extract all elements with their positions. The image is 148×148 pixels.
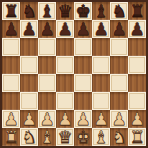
piece-black-knight: ♞ [111, 2, 126, 20]
square-a3[interactable] [2, 92, 20, 110]
piece-black-pawn: ♟ [93, 20, 108, 38]
square-d6[interactable] [56, 38, 74, 56]
piece-black-pawn: ♟ [111, 20, 126, 38]
square-c4[interactable] [38, 74, 56, 92]
square-a6[interactable] [2, 38, 20, 56]
piece-white-rook: ♜ [3, 128, 18, 146]
piece-black-pawn: ♟ [3, 20, 18, 38]
square-g7[interactable]: ♟ [110, 20, 128, 38]
piece-black-pawn: ♟ [129, 20, 144, 38]
square-e7[interactable]: ♟ [74, 20, 92, 38]
square-f7[interactable]: ♟ [92, 20, 110, 38]
square-g5[interactable] [110, 56, 128, 74]
square-e5[interactable] [74, 56, 92, 74]
square-a5[interactable] [2, 56, 20, 74]
square-b1[interactable]: ♞ [20, 128, 38, 146]
piece-black-pawn: ♟ [57, 20, 72, 38]
piece-white-pawn: ♟ [39, 110, 54, 128]
square-e6[interactable] [74, 38, 92, 56]
piece-white-king: ♚ [75, 128, 90, 146]
square-b2[interactable]: ♟ [20, 110, 38, 128]
square-a4[interactable] [2, 74, 20, 92]
square-d4[interactable] [56, 74, 74, 92]
piece-white-pawn: ♟ [21, 110, 36, 128]
square-h1[interactable]: ♜ [128, 128, 146, 146]
square-c7[interactable]: ♟ [38, 20, 56, 38]
piece-black-pawn: ♟ [75, 20, 90, 38]
square-f4[interactable] [92, 74, 110, 92]
square-c6[interactable] [38, 38, 56, 56]
square-e1[interactable]: ♚ [74, 128, 92, 146]
piece-black-king: ♚ [75, 2, 90, 20]
piece-black-bishop: ♝ [93, 2, 108, 20]
piece-black-knight: ♞ [21, 2, 36, 20]
square-b4[interactable] [20, 74, 38, 92]
square-g8[interactable]: ♞ [110, 2, 128, 20]
square-e4[interactable] [74, 74, 92, 92]
square-h3[interactable] [128, 92, 146, 110]
piece-white-rook: ♜ [129, 128, 144, 146]
piece-black-queen: ♛ [57, 2, 72, 20]
square-g1[interactable]: ♞ [110, 128, 128, 146]
square-b3[interactable] [20, 92, 38, 110]
piece-white-pawn: ♟ [3, 110, 18, 128]
square-f3[interactable] [92, 92, 110, 110]
square-c3[interactable] [38, 92, 56, 110]
square-g4[interactable] [110, 74, 128, 92]
square-g3[interactable] [110, 92, 128, 110]
board-frame: ♜♞♝♛♚♝♞♜♟♟♟♟♟♟♟♟♟♟♟♟♟♟♟♟♜♞♝♛♚♝♞♜ [0, 0, 148, 148]
piece-black-rook: ♜ [3, 2, 18, 20]
square-f8[interactable]: ♝ [92, 2, 110, 20]
piece-black-pawn: ♟ [21, 20, 36, 38]
piece-black-bishop: ♝ [39, 2, 54, 20]
piece-white-knight: ♞ [21, 128, 36, 146]
square-h8[interactable]: ♜ [128, 2, 146, 20]
square-g6[interactable] [110, 38, 128, 56]
square-h2[interactable]: ♟ [128, 110, 146, 128]
piece-white-pawn: ♟ [57, 110, 72, 128]
square-b6[interactable] [20, 38, 38, 56]
square-d7[interactable]: ♟ [56, 20, 74, 38]
square-d8[interactable]: ♛ [56, 2, 74, 20]
piece-white-pawn: ♟ [111, 110, 126, 128]
square-f6[interactable] [92, 38, 110, 56]
square-c2[interactable]: ♟ [38, 110, 56, 128]
square-d5[interactable] [56, 56, 74, 74]
piece-white-bishop: ♝ [39, 128, 54, 146]
square-h4[interactable] [128, 74, 146, 92]
piece-white-pawn: ♟ [75, 110, 90, 128]
piece-white-queen: ♛ [57, 128, 72, 146]
square-b7[interactable]: ♟ [20, 20, 38, 38]
square-e2[interactable]: ♟ [74, 110, 92, 128]
square-c5[interactable] [38, 56, 56, 74]
square-f2[interactable]: ♟ [92, 110, 110, 128]
square-g2[interactable]: ♟ [110, 110, 128, 128]
square-a7[interactable]: ♟ [2, 20, 20, 38]
chess-app: ♜♞♝♛♚♝♞♜♟♟♟♟♟♟♟♟♟♟♟♟♟♟♟♟♜♞♝♛♚♝♞♜ [0, 0, 148, 148]
square-h6[interactable] [128, 38, 146, 56]
square-e8[interactable]: ♚ [74, 2, 92, 20]
square-h5[interactable] [128, 56, 146, 74]
square-a2[interactable]: ♟ [2, 110, 20, 128]
piece-white-knight: ♞ [111, 128, 126, 146]
chess-board: ♜♞♝♛♚♝♞♜♟♟♟♟♟♟♟♟♟♟♟♟♟♟♟♟♜♞♝♛♚♝♞♜ [2, 2, 146, 146]
square-b5[interactable] [20, 56, 38, 74]
square-c1[interactable]: ♝ [38, 128, 56, 146]
square-c8[interactable]: ♝ [38, 2, 56, 20]
square-h7[interactable]: ♟ [128, 20, 146, 38]
square-f5[interactable] [92, 56, 110, 74]
piece-white-pawn: ♟ [129, 110, 144, 128]
square-f1[interactable]: ♝ [92, 128, 110, 146]
square-d1[interactable]: ♛ [56, 128, 74, 146]
piece-black-rook: ♜ [129, 2, 144, 20]
square-a8[interactable]: ♜ [2, 2, 20, 20]
square-d2[interactable]: ♟ [56, 110, 74, 128]
piece-white-pawn: ♟ [93, 110, 108, 128]
square-a1[interactable]: ♜ [2, 128, 20, 146]
square-b8[interactable]: ♞ [20, 2, 38, 20]
piece-black-pawn: ♟ [39, 20, 54, 38]
square-e3[interactable] [74, 92, 92, 110]
piece-white-bishop: ♝ [93, 128, 108, 146]
square-d3[interactable] [56, 92, 74, 110]
